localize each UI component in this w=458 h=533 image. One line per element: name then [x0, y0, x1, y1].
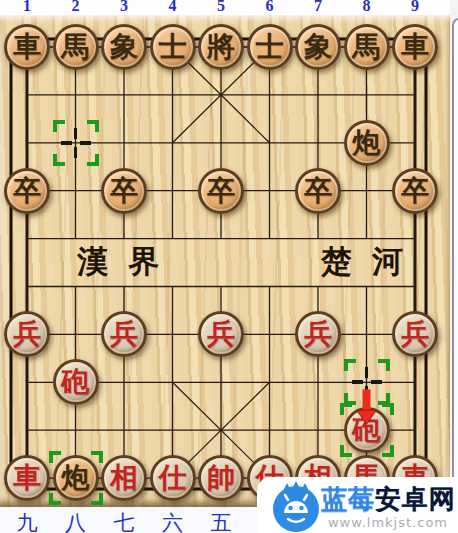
- piece-glyph: 士: [159, 33, 187, 61]
- piece-black-soldier[interactable]: 卒: [392, 168, 438, 214]
- piece-glyph: 象: [110, 33, 138, 61]
- file-label-top: 6: [266, 0, 274, 15]
- top-coordinate-labels: 123456789: [0, 0, 458, 15]
- piece-glyph: 卒: [13, 177, 41, 205]
- file-label-top: 9: [411, 0, 419, 15]
- piece-red-chariot[interactable]: 車: [4, 455, 50, 501]
- file-label-bottom: 五: [211, 509, 232, 533]
- file-label-bottom: 九: [17, 509, 38, 533]
- piece-glyph: 將: [207, 33, 235, 61]
- piece-black-soldier[interactable]: 卒: [295, 168, 341, 214]
- piece-black-soldier[interactable]: 卒: [4, 168, 50, 214]
- watermark: 蓝莓安卓网 www.lmkjst.com: [257, 477, 458, 533]
- piece-black-soldier[interactable]: 卒: [101, 168, 147, 214]
- piece-red-advisor[interactable]: 仕: [150, 455, 196, 501]
- piece-black-soldier[interactable]: 卒: [198, 168, 244, 214]
- piece-black-chariot[interactable]: 車: [4, 24, 50, 70]
- piece-red-elephant[interactable]: 相: [101, 455, 147, 501]
- piece-glyph: 帥: [207, 464, 235, 492]
- piece-glyph: 兵: [110, 320, 138, 348]
- file-label-bottom: 七: [114, 509, 135, 533]
- piece-black-general[interactable]: 將: [198, 24, 244, 70]
- piece-red-general[interactable]: 帥: [198, 455, 244, 501]
- panel-border-corner: [452, 18, 458, 533]
- piece-glyph: 馬: [62, 33, 90, 61]
- file-label-top: 8: [363, 0, 371, 15]
- piece-glyph: 車: [401, 33, 429, 61]
- file-label-bottom: 六: [162, 509, 183, 533]
- piece-glyph: 兵: [207, 320, 235, 348]
- piece-glyph: 馬: [353, 33, 381, 61]
- piece-glyph: 兵: [304, 320, 332, 348]
- piece-glyph: 卒: [207, 177, 235, 205]
- piece-glyph: 仕: [159, 464, 187, 492]
- piece-glyph: 士: [256, 33, 284, 61]
- piece-glyph: 炮: [62, 464, 90, 492]
- piece-glyph: 車: [13, 33, 41, 61]
- piece-black-horse[interactable]: 馬: [53, 24, 99, 70]
- piece-black-advisor[interactable]: 士: [150, 24, 196, 70]
- piece-glyph: 象: [304, 33, 332, 61]
- piece-glyph: 砲: [62, 368, 90, 396]
- piece-glyph: 卒: [304, 177, 332, 205]
- file-label-top: 2: [72, 0, 80, 15]
- piece-glyph: 卒: [401, 177, 429, 205]
- piece-red-cannon[interactable]: 砲: [53, 359, 99, 405]
- xiangqi-app-screenshot: 漢界 楚河 車馬象士將士象馬車炮卒卒卒卒卒兵兵兵兵兵砲砲車炮相仕帥仕相馬車 12…: [0, 0, 458, 533]
- piece-glyph: 兵: [401, 320, 429, 348]
- piece-black-cannon[interactable]: 炮: [344, 120, 390, 166]
- file-label-top: 7: [314, 0, 322, 15]
- right-panel-edge: [450, 0, 458, 533]
- piece-red-cannon[interactable]: 砲: [344, 407, 390, 453]
- file-label-top: 1: [23, 0, 31, 15]
- piece-glyph: 炮: [353, 129, 381, 157]
- piece-black-elephant[interactable]: 象: [295, 24, 341, 70]
- river-label-left: 漢界: [57, 241, 179, 283]
- android-mascot-icon: [271, 479, 321, 533]
- file-label-top: 5: [217, 0, 225, 15]
- river-label-right: 楚河: [301, 241, 423, 283]
- piece-glyph: 兵: [13, 320, 41, 348]
- piece-black-chariot[interactable]: 車: [392, 24, 438, 70]
- file-label-bottom: 八: [65, 509, 86, 533]
- piece-glyph: 車: [13, 464, 41, 492]
- watermark-url: www.lmkjst.com: [321, 515, 455, 530]
- file-label-top: 4: [169, 0, 177, 15]
- piece-glyph: 相: [110, 464, 138, 492]
- piece-black-advisor[interactable]: 士: [247, 24, 293, 70]
- piece-glyph: 砲: [353, 416, 381, 444]
- watermark-site-name: 蓝莓安卓网: [321, 486, 455, 512]
- file-label-top: 3: [120, 0, 128, 15]
- piece-black-cannon[interactable]: 炮: [53, 455, 99, 501]
- piece-black-elephant[interactable]: 象: [101, 24, 147, 70]
- piece-black-horse[interactable]: 馬: [344, 24, 390, 70]
- piece-glyph: 卒: [110, 177, 138, 205]
